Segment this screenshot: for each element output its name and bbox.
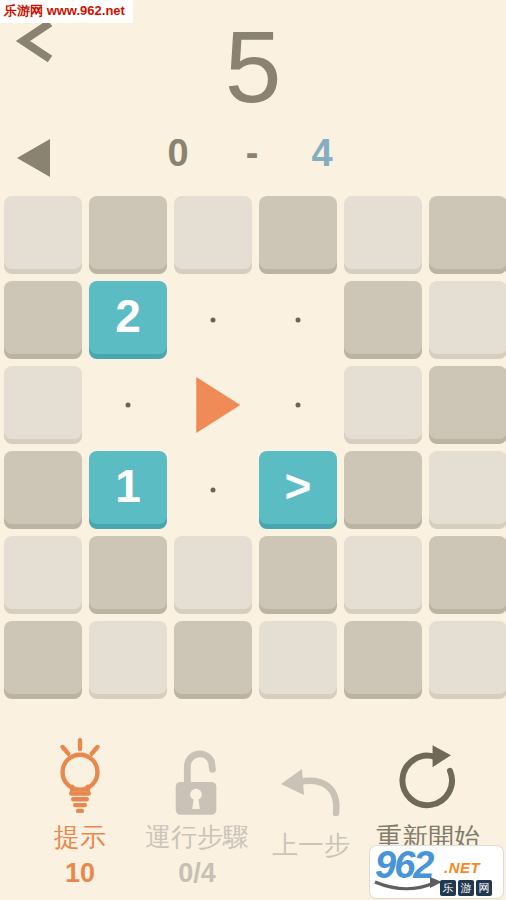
tile-light <box>429 621 506 694</box>
board-cell <box>4 281 82 359</box>
tile-light <box>259 621 337 694</box>
restart-circular-arrow-icon <box>395 743 461 817</box>
dot-marker <box>211 318 216 323</box>
board-cell: 1 <box>89 451 167 529</box>
board-cell <box>4 196 82 274</box>
board-cell <box>429 281 506 359</box>
tile-dark <box>259 196 337 269</box>
board-cell <box>429 536 506 614</box>
board-cell: 2 <box>89 281 167 359</box>
board-cell <box>259 196 337 274</box>
board-cell <box>344 366 422 444</box>
tile-dark <box>344 451 422 524</box>
tile-dark <box>344 621 422 694</box>
board-cell <box>344 536 422 614</box>
restart-button[interactable]: 重新開始 <box>356 733 500 855</box>
tile-light <box>344 196 422 269</box>
board-cell <box>89 366 167 444</box>
tile-light <box>429 451 506 524</box>
board-cell: > <box>259 451 337 529</box>
level-number: 5 <box>0 16 506 118</box>
tile-light <box>344 366 422 439</box>
dot-marker <box>126 403 131 408</box>
logo-site-char: 乐 <box>440 880 456 896</box>
board-cell <box>89 621 167 699</box>
board-cell <box>4 451 82 529</box>
board-cell <box>344 621 422 699</box>
board-cell <box>429 451 506 529</box>
board-cell <box>174 451 252 529</box>
run-steps-value: 0/4 <box>137 858 257 889</box>
tile-dark <box>174 621 252 694</box>
tile-dark <box>89 196 167 269</box>
logo-site-char: 游 <box>458 880 474 896</box>
tile-dark <box>259 536 337 609</box>
board-cell <box>429 366 506 444</box>
tile-light <box>429 281 506 354</box>
tile-light <box>4 366 82 439</box>
board-cell <box>429 621 506 699</box>
board-cell <box>344 281 422 359</box>
site-watermark-top: 乐游网 www.962.net <box>0 0 133 23</box>
board-cell <box>259 621 337 699</box>
board-cell <box>89 196 167 274</box>
tile-light <box>4 536 82 609</box>
tile-light <box>4 196 82 269</box>
undo-button[interactable]: 上一步 <box>251 733 371 863</box>
board-cell <box>174 536 252 614</box>
undo-label: 上一步 <box>251 828 371 863</box>
tile-dark <box>429 366 506 439</box>
board-cell <box>4 621 82 699</box>
lightbulb-icon <box>49 737 111 817</box>
board-cell <box>429 196 506 274</box>
site-watermark-name: 乐游网 <box>4 3 43 18</box>
run-steps-label: 運行步驟 <box>137 820 257 855</box>
logo-swoosh-arrow-icon <box>372 876 444 896</box>
dot-marker <box>296 403 301 408</box>
tile-dark <box>4 451 82 524</box>
tile-dark <box>4 281 82 354</box>
nav-current-value: 0 <box>138 132 218 175</box>
board-cell <box>344 196 422 274</box>
tile-dark <box>344 281 422 354</box>
tile-light <box>89 621 167 694</box>
tile-dark <box>89 536 167 609</box>
hint-label: 提示 <box>20 820 140 855</box>
piece-tile-2[interactable]: 2 <box>89 281 167 354</box>
board-cell <box>89 536 167 614</box>
nav-separator: - <box>212 132 292 175</box>
tile-dark <box>429 196 506 269</box>
site-watermark-url: www.962.net <box>47 3 125 18</box>
board-cell <box>174 621 252 699</box>
logo-tld-net: .NET <box>444 859 480 876</box>
board-cell <box>259 281 337 359</box>
open-lock-icon <box>168 743 226 817</box>
dot-marker <box>296 318 301 323</box>
prev-level-triangle-button[interactable] <box>17 139 50 177</box>
piece-tile-1[interactable]: 1 <box>89 451 167 524</box>
dot-marker <box>211 488 216 493</box>
board-cell <box>4 536 82 614</box>
tile-dark <box>429 536 506 609</box>
puzzle-board: 21> <box>4 196 506 699</box>
logo-site-char: 网 <box>476 880 492 896</box>
play-button[interactable] <box>196 377 240 433</box>
board-cell <box>259 536 337 614</box>
nav-total-value: 4 <box>282 132 362 175</box>
run-steps-indicator: 運行步驟 0/4 <box>137 733 257 889</box>
tile-light <box>344 536 422 609</box>
board-cell <box>174 196 252 274</box>
board-cell <box>344 451 422 529</box>
site-watermark-bottom: 962 .NET 乐游网 <box>370 846 503 898</box>
hint-button[interactable]: 提示 10 <box>20 733 140 889</box>
piece-tile-arrow-right[interactable]: > <box>259 451 337 524</box>
board-cell <box>174 366 252 444</box>
board-cell <box>259 366 337 444</box>
undo-arrow-icon <box>274 755 348 817</box>
logo-site-name-boxes: 乐游网 <box>440 878 494 896</box>
board-cell <box>4 366 82 444</box>
hint-count: 10 <box>20 858 140 889</box>
tile-light <box>174 536 252 609</box>
board-cell <box>174 281 252 359</box>
tile-light <box>174 196 252 269</box>
tile-dark <box>4 621 82 694</box>
